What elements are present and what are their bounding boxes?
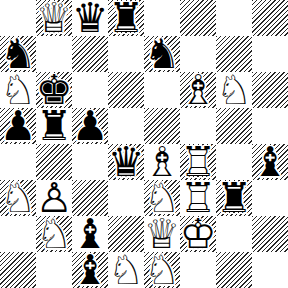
piece-white-bishop[interactable]: ♝♗ (180, 72, 216, 108)
square-e3[interactable]: ♞♘ (144, 180, 180, 216)
piece-black-knight[interactable]: ♞ (144, 36, 180, 72)
square-f7[interactable] (180, 36, 216, 72)
piece-black-rook[interactable]: ♜ (108, 0, 144, 36)
piece-black-rook[interactable]: ♜ (216, 180, 252, 216)
square-g1[interactable] (216, 252, 252, 288)
square-b1[interactable] (36, 252, 72, 288)
square-e5[interactable] (144, 108, 180, 144)
piece-outline-layer: ♕ (36, 0, 72, 36)
square-b7[interactable] (36, 36, 72, 72)
piece-black-pawn[interactable]: ♟ (0, 108, 36, 144)
piece-fill-layer: ♟ (36, 180, 72, 216)
piece-white-queen[interactable]: ♛♕ (36, 0, 72, 36)
square-b2[interactable]: ♞♘ (36, 216, 72, 252)
piece-fill-layer: ♞ (216, 72, 252, 108)
piece-solid-layer: ♞ (0, 36, 36, 72)
square-b5[interactable]: ♜ (36, 108, 72, 144)
piece-white-knight[interactable]: ♞♘ (216, 72, 252, 108)
square-d3[interactable] (108, 180, 144, 216)
square-e6[interactable] (144, 72, 180, 108)
piece-solid-layer: ♟ (72, 108, 108, 144)
piece-fill-layer: ♞ (0, 72, 36, 108)
piece-fill-layer: ♚ (180, 216, 216, 252)
piece-solid-layer: ♚ (36, 72, 72, 108)
piece-fill-layer: ♞ (0, 180, 36, 216)
piece-black-knight[interactable]: ♞ (0, 36, 36, 72)
piece-black-rook[interactable]: ♜ (36, 108, 72, 144)
piece-outline-layer: ♗ (144, 144, 180, 180)
square-d2[interactable] (108, 216, 144, 252)
piece-outline-layer: ♔ (180, 216, 216, 252)
piece-white-knight[interactable]: ♞♘ (0, 72, 36, 108)
piece-outline-layer: ♖ (180, 144, 216, 180)
piece-fill-layer: ♞ (108, 252, 144, 288)
piece-black-bishop[interactable]: ♝ (252, 144, 288, 180)
square-e7[interactable]: ♞ (144, 36, 180, 72)
square-g7[interactable] (216, 36, 252, 72)
piece-outline-layer: ♙ (36, 180, 72, 216)
square-d8[interactable]: ♜ (108, 0, 144, 36)
piece-solid-layer: ♛ (72, 0, 108, 36)
square-d1[interactable]: ♞♘ (108, 252, 144, 288)
square-g3[interactable]: ♜ (216, 180, 252, 216)
piece-black-pawn[interactable]: ♟ (72, 108, 108, 144)
square-e2[interactable]: ♛♕ (144, 216, 180, 252)
piece-white-knight[interactable]: ♞♘ (0, 180, 36, 216)
piece-outline-layer: ♘ (0, 72, 36, 108)
square-f8[interactable] (180, 0, 216, 36)
piece-fill-layer: ♞ (36, 216, 72, 252)
square-c1[interactable]: ♝ (72, 252, 108, 288)
square-e1[interactable]: ♞♘ (144, 252, 180, 288)
square-f4[interactable]: ♜♖ (180, 144, 216, 180)
piece-outline-layer: ♘ (144, 252, 180, 288)
piece-fill-layer: ♛ (144, 216, 180, 252)
piece-white-knight[interactable]: ♞♘ (108, 252, 144, 288)
square-h7[interactable] (252, 36, 288, 72)
piece-solid-layer: ♛ (108, 144, 144, 180)
piece-fill-layer: ♞ (144, 252, 180, 288)
square-h4[interactable]: ♝ (252, 144, 288, 180)
piece-solid-layer: ♟ (0, 108, 36, 144)
square-b6[interactable]: ♚ (36, 72, 72, 108)
piece-solid-layer: ♞ (144, 36, 180, 72)
piece-white-knight[interactable]: ♞♘ (36, 216, 72, 252)
square-a8[interactable] (0, 0, 36, 36)
square-g6[interactable]: ♞♘ (216, 72, 252, 108)
piece-black-queen[interactable]: ♛ (72, 0, 108, 36)
square-h3[interactable] (252, 180, 288, 216)
square-h1[interactable] (252, 252, 288, 288)
square-g2[interactable] (216, 216, 252, 252)
piece-solid-layer: ♝ (72, 216, 108, 252)
square-f3[interactable]: ♜♖ (180, 180, 216, 216)
piece-fill-layer: ♛ (36, 0, 72, 36)
square-c7[interactable] (72, 36, 108, 72)
piece-black-bishop[interactable]: ♝ (72, 252, 108, 288)
piece-black-queen[interactable]: ♛ (108, 144, 144, 180)
square-f2[interactable]: ♚♔ (180, 216, 216, 252)
square-h5[interactable] (252, 108, 288, 144)
piece-outline-layer: ♘ (216, 72, 252, 108)
piece-fill-layer: ♜ (180, 144, 216, 180)
square-c3[interactable] (72, 180, 108, 216)
piece-black-bishop[interactable]: ♝ (72, 216, 108, 252)
piece-white-rook[interactable]: ♜♖ (180, 180, 216, 216)
square-e4[interactable]: ♝♗ (144, 144, 180, 180)
square-d4[interactable]: ♛ (108, 144, 144, 180)
square-c4[interactable] (72, 144, 108, 180)
piece-white-queen[interactable]: ♛♕ (144, 216, 180, 252)
piece-solid-layer: ♜ (36, 108, 72, 144)
square-d7[interactable] (108, 36, 144, 72)
piece-solid-layer: ♜ (216, 180, 252, 216)
square-c8[interactable]: ♛ (72, 0, 108, 36)
piece-white-pawn[interactable]: ♟♙ (36, 180, 72, 216)
square-g4[interactable] (216, 144, 252, 180)
square-b3[interactable]: ♟♙ (36, 180, 72, 216)
piece-outline-layer: ♘ (0, 180, 36, 216)
square-d6[interactable] (108, 72, 144, 108)
square-g5[interactable] (216, 108, 252, 144)
piece-solid-layer: ♝ (72, 252, 108, 288)
square-f6[interactable]: ♝♗ (180, 72, 216, 108)
square-b4[interactable] (36, 144, 72, 180)
chess-board: ♛♕♛♜♞♞♞♘♚♝♗♞♘♟♜♟♛♝♗♜♖♝♞♘♟♙♞♘♜♖♜♞♘♝♛♕♚♔♝♞… (0, 0, 288, 288)
piece-outline-layer: ♘ (108, 252, 144, 288)
piece-fill-layer: ♞ (144, 180, 180, 216)
square-h2[interactable] (252, 216, 288, 252)
square-c2[interactable]: ♝ (72, 216, 108, 252)
piece-outline-layer: ♘ (144, 180, 180, 216)
piece-white-king[interactable]: ♚♔ (180, 216, 216, 252)
square-g8[interactable] (216, 0, 252, 36)
square-a3[interactable]: ♞♘ (0, 180, 36, 216)
piece-outline-layer: ♕ (144, 216, 180, 252)
piece-fill-layer: ♜ (180, 180, 216, 216)
square-a5[interactable]: ♟ (0, 108, 36, 144)
square-d5[interactable] (108, 108, 144, 144)
square-f5[interactable] (180, 108, 216, 144)
piece-white-rook[interactable]: ♜♖ (180, 144, 216, 180)
piece-black-king[interactable]: ♚ (36, 72, 72, 108)
square-a1[interactable] (0, 252, 36, 288)
piece-outline-layer: ♗ (180, 72, 216, 108)
square-h6[interactable] (252, 72, 288, 108)
piece-solid-layer: ♜ (108, 0, 144, 36)
square-a2[interactable] (0, 216, 36, 252)
square-a4[interactable] (0, 144, 36, 180)
square-c6[interactable] (72, 72, 108, 108)
piece-outline-layer: ♖ (180, 180, 216, 216)
piece-white-bishop[interactable]: ♝♗ (144, 144, 180, 180)
square-c5[interactable]: ♟ (72, 108, 108, 144)
square-a7[interactable]: ♞ (0, 36, 36, 72)
square-h8[interactable] (252, 0, 288, 36)
piece-fill-layer: ♝ (144, 144, 180, 180)
square-a6[interactable]: ♞♘ (0, 72, 36, 108)
piece-outline-layer: ♘ (36, 216, 72, 252)
piece-fill-layer: ♝ (180, 72, 216, 108)
piece-solid-layer: ♝ (252, 144, 288, 180)
square-e8[interactable] (144, 0, 180, 36)
square-b8[interactable]: ♛♕ (36, 0, 72, 36)
piece-white-knight[interactable]: ♞♘ (144, 252, 180, 288)
square-f1[interactable] (180, 252, 216, 288)
piece-white-knight[interactable]: ♞♘ (144, 180, 180, 216)
